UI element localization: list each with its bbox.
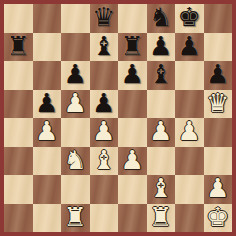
square-e6[interactable]: ♟ [118,61,147,90]
piece-black-pawn-b5[interactable]: ♟ [35,90,58,117]
square-d2[interactable] [90,175,119,204]
square-b5[interactable]: ♟ [33,90,62,119]
piece-black-rook-e7[interactable]: ♜ [121,33,144,60]
square-h7[interactable] [204,33,233,62]
square-g2[interactable] [175,175,204,204]
square-c8[interactable] [61,4,90,33]
square-f2[interactable]: ♝ [147,175,176,204]
square-h6[interactable]: ♟ [204,61,233,90]
square-a7[interactable]: ♜ [4,33,33,62]
piece-black-pawn-g7[interactable]: ♟ [178,33,201,60]
piece-white-king-h1[interactable]: ♚ [206,204,229,231]
square-b7[interactable] [33,33,62,62]
square-h5[interactable]: ♛ [204,90,233,119]
square-a4[interactable] [4,118,33,147]
square-f8[interactable]: ♞ [147,4,176,33]
piece-white-pawn-h2[interactable]: ♟ [206,175,229,202]
square-h2[interactable]: ♟ [204,175,233,204]
square-a1[interactable] [4,204,33,233]
square-d7[interactable]: ♝ [90,33,119,62]
piece-white-pawn-c5[interactable]: ♟ [64,90,87,117]
square-c4[interactable] [61,118,90,147]
square-g5[interactable] [175,90,204,119]
square-g1[interactable] [175,204,204,233]
chess-board: ♛♞♚♜♝♜♟♟♟♟♝♟♟♟♟♛♟♟♟♟♞♝♟♝♟♜♜♚ [4,4,232,232]
square-f6[interactable]: ♝ [147,61,176,90]
square-h8[interactable] [204,4,233,33]
square-c3[interactable]: ♞ [61,147,90,176]
square-b2[interactable] [33,175,62,204]
piece-black-queen-d8[interactable]: ♛ [92,4,115,31]
square-e1[interactable] [118,204,147,233]
square-h3[interactable] [204,147,233,176]
square-e7[interactable]: ♜ [118,33,147,62]
piece-white-pawn-e3[interactable]: ♟ [121,147,144,174]
square-g4[interactable]: ♟ [175,118,204,147]
piece-white-knight-c3[interactable]: ♞ [64,147,87,174]
square-e8[interactable] [118,4,147,33]
square-c5[interactable]: ♟ [61,90,90,119]
piece-white-rook-f1[interactable]: ♜ [149,204,172,231]
square-g8[interactable]: ♚ [175,4,204,33]
square-f1[interactable]: ♜ [147,204,176,233]
square-e3[interactable]: ♟ [118,147,147,176]
square-e5[interactable] [118,90,147,119]
square-d1[interactable] [90,204,119,233]
piece-white-bishop-f2[interactable]: ♝ [149,175,172,202]
piece-black-bishop-d7[interactable]: ♝ [92,33,115,60]
piece-white-pawn-g4[interactable]: ♟ [178,118,201,145]
piece-black-pawn-e6[interactable]: ♟ [121,61,144,88]
square-d3[interactable]: ♝ [90,147,119,176]
square-h1[interactable]: ♚ [204,204,233,233]
piece-black-bishop-f6[interactable]: ♝ [149,61,172,88]
piece-black-rook-a7[interactable]: ♜ [7,33,30,60]
square-c7[interactable] [61,33,90,62]
square-c6[interactable]: ♟ [61,61,90,90]
square-b1[interactable] [33,204,62,233]
piece-white-rook-c1[interactable]: ♜ [64,204,87,231]
square-b6[interactable] [33,61,62,90]
piece-white-queen-h5[interactable]: ♛ [206,90,229,117]
square-a3[interactable] [4,147,33,176]
piece-black-king-g8[interactable]: ♚ [178,4,201,31]
square-a8[interactable] [4,4,33,33]
piece-white-bishop-d3[interactable]: ♝ [92,147,115,174]
square-a6[interactable] [4,61,33,90]
piece-black-pawn-c6[interactable]: ♟ [64,61,87,88]
chess-board-frame: ♛♞♚♜♝♜♟♟♟♟♝♟♟♟♟♛♟♟♟♟♞♝♟♝♟♜♜♚ [0,0,236,236]
square-d8[interactable]: ♛ [90,4,119,33]
piece-black-pawn-f7[interactable]: ♟ [149,33,172,60]
square-b8[interactable] [33,4,62,33]
piece-white-pawn-b4[interactable]: ♟ [35,118,58,145]
square-c1[interactable]: ♜ [61,204,90,233]
square-f5[interactable] [147,90,176,119]
square-f3[interactable] [147,147,176,176]
square-h4[interactable] [204,118,233,147]
square-b3[interactable] [33,147,62,176]
square-e2[interactable] [118,175,147,204]
square-g6[interactable] [175,61,204,90]
square-c2[interactable] [61,175,90,204]
square-g3[interactable] [175,147,204,176]
square-f4[interactable]: ♟ [147,118,176,147]
piece-white-pawn-f4[interactable]: ♟ [149,118,172,145]
square-b4[interactable]: ♟ [33,118,62,147]
square-d6[interactable] [90,61,119,90]
square-d4[interactable]: ♟ [90,118,119,147]
square-d5[interactable]: ♟ [90,90,119,119]
square-a5[interactable] [4,90,33,119]
piece-black-pawn-d5[interactable]: ♟ [92,90,115,117]
square-g7[interactable]: ♟ [175,33,204,62]
piece-black-knight-f8[interactable]: ♞ [149,4,172,31]
piece-white-pawn-d4[interactable]: ♟ [92,118,115,145]
square-f7[interactable]: ♟ [147,33,176,62]
square-a2[interactable] [4,175,33,204]
piece-black-pawn-h6[interactable]: ♟ [206,61,229,88]
square-e4[interactable] [118,118,147,147]
